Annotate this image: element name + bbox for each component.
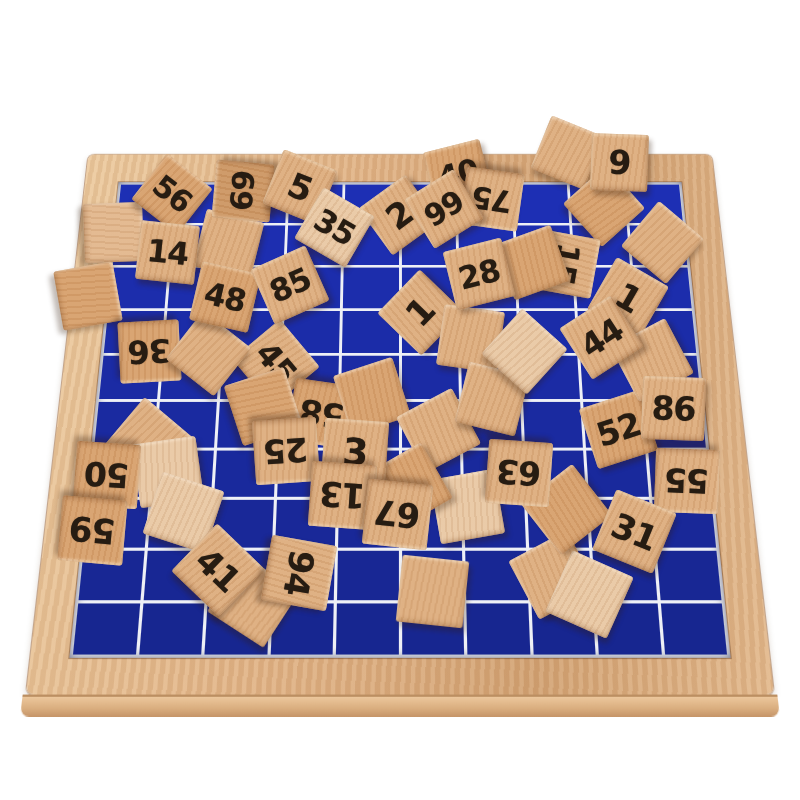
board-scene: 4075215455811365069525653599149284885448… bbox=[0, 0, 800, 800]
number-tile[interactable]: 59 bbox=[57, 495, 127, 565]
grid-cell bbox=[466, 603, 530, 654]
tile-number-label: 28 bbox=[455, 254, 502, 294]
tile-number-label: 85 bbox=[265, 262, 315, 307]
blank-tile[interactable] bbox=[395, 554, 469, 628]
tile-number-label: 5 bbox=[283, 167, 317, 207]
grid-cell bbox=[523, 402, 583, 447]
tile-number-label: 94 bbox=[278, 548, 319, 599]
tile-number-label: 48 bbox=[201, 277, 248, 316]
number-tile[interactable]: 69 bbox=[212, 160, 275, 223]
tile-number-label: 35 bbox=[308, 203, 359, 250]
tile-number-label: 69 bbox=[226, 170, 259, 212]
tile-number-label: 13 bbox=[318, 476, 366, 513]
tile-number-label: 67 bbox=[373, 495, 422, 534]
tile-number-label: 55 bbox=[664, 464, 709, 499]
tile-number-label: 86 bbox=[650, 391, 695, 426]
tile-number-label: 41 bbox=[190, 542, 246, 598]
tile-number-label: 63 bbox=[496, 455, 542, 491]
number-tile[interactable]: 86 bbox=[640, 375, 705, 440]
number-tile[interactable]: 14 bbox=[135, 220, 200, 285]
blank-tile[interactable] bbox=[53, 261, 123, 331]
grid-cell bbox=[73, 603, 140, 654]
number-tile[interactable]: 63 bbox=[485, 439, 553, 507]
number-tile[interactable]: 25 bbox=[252, 417, 320, 485]
tile-number-label: 9 bbox=[607, 145, 630, 179]
tile-number-label: 99 bbox=[419, 186, 469, 233]
grid-cell bbox=[337, 551, 398, 600]
tile-number-label: 50 bbox=[84, 457, 130, 493]
blank-tile[interactable] bbox=[82, 201, 143, 262]
tile-number-label: 56 bbox=[147, 170, 197, 218]
number-tile[interactable]: 55 bbox=[654, 448, 720, 514]
tile-number-label: 31 bbox=[607, 507, 662, 556]
number-tile[interactable]: 67 bbox=[361, 478, 432, 549]
number-tile[interactable]: 94 bbox=[261, 535, 337, 611]
grid-cell bbox=[660, 603, 727, 654]
tile-number-label: 25 bbox=[263, 433, 309, 469]
grid-cell bbox=[656, 551, 722, 600]
tile-number-label: 52 bbox=[592, 407, 644, 452]
tile-number-label: 14 bbox=[145, 234, 189, 269]
tile-number-label: 1 bbox=[399, 291, 440, 332]
number-tile[interactable]: 9 bbox=[590, 133, 649, 192]
tile-number-label: 59 bbox=[68, 511, 116, 549]
grid-cell bbox=[336, 603, 398, 654]
tile-number-label: 44 bbox=[574, 312, 627, 362]
grid-cell bbox=[139, 603, 205, 654]
tile-number-label: 36 bbox=[127, 334, 171, 368]
